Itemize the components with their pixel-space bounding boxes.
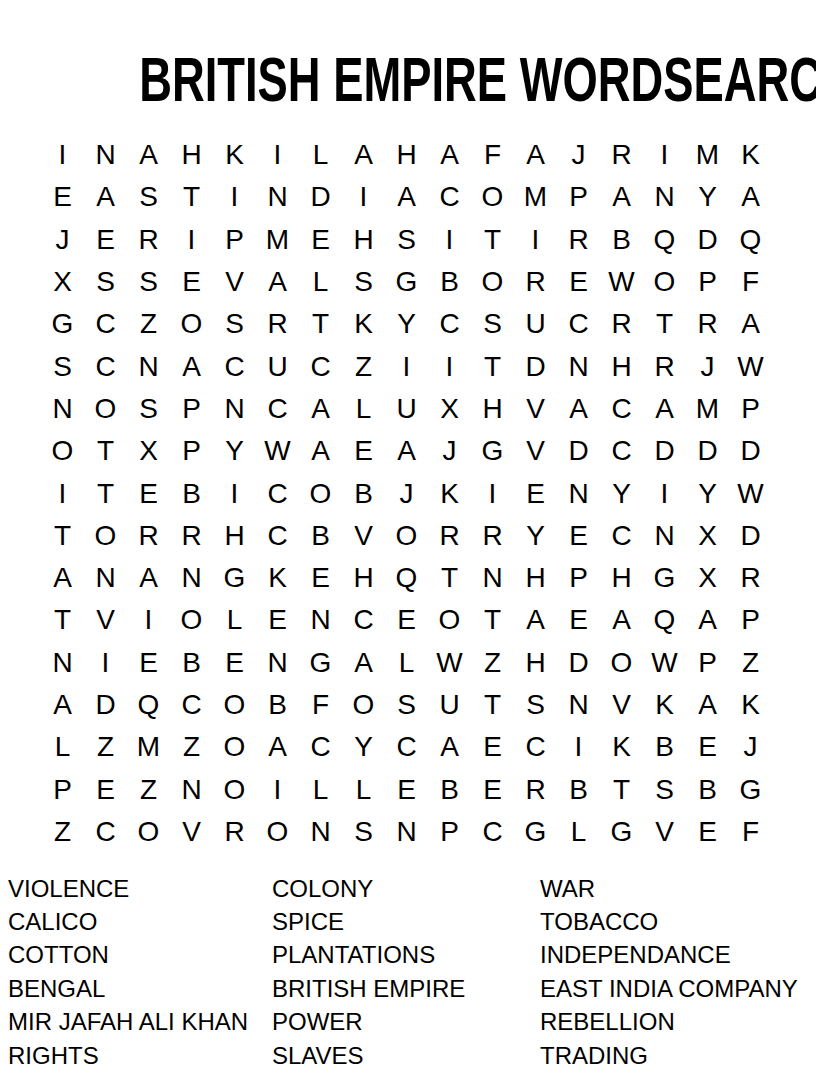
word-list-item: POWER — [272, 1006, 465, 1039]
grid-cell-r11c15: G — [643, 557, 686, 599]
grid-cell-r6c15: R — [643, 345, 686, 387]
grid-cell-r5c11: S — [471, 303, 514, 345]
grid-cell-r12c13: E — [557, 599, 600, 641]
grid-cell-r3c9: S — [385, 219, 428, 261]
grid-cell-r6c9: I — [385, 345, 428, 387]
grid-cell-r7c5: N — [213, 388, 256, 430]
grid-cell-r6c12: D — [514, 345, 557, 387]
grid-cell-r14c7: F — [299, 684, 342, 726]
grid-cell-r8c10: J — [428, 430, 471, 472]
grid-cell-r17c8: S — [342, 811, 385, 853]
grid-cell-r16c6: I — [256, 768, 299, 810]
grid-cell-r16c15: S — [643, 768, 686, 810]
grid-cell-r11c1: A — [41, 557, 84, 599]
grid-cell-r17c3: O — [127, 811, 170, 853]
grid-cell-r17c9: N — [385, 811, 428, 853]
grid-cell-r8c13: D — [557, 430, 600, 472]
puzzle-title: BRITISH EMPIRE WORDSEARCH — [139, 48, 816, 111]
grid-cell-r7c17: P — [729, 388, 772, 430]
grid-cell-r13c5: E — [213, 642, 256, 684]
grid-cell-r13c15: W — [643, 642, 686, 684]
grid-cell-r13c14: O — [600, 642, 643, 684]
grid-cell-r2c12: M — [514, 176, 557, 218]
word-list-item: SPICE — [272, 905, 465, 938]
grid-cell-r1c12: A — [514, 134, 557, 176]
grid-cell-r16c1: P — [41, 768, 84, 810]
grid-cell-r2c15: N — [643, 176, 686, 218]
word-list-item: COTTON — [8, 939, 248, 972]
grid-cell-r16c8: L — [342, 768, 385, 810]
grid-cell-r12c8: C — [342, 599, 385, 641]
grid-cell-r8c17: D — [729, 430, 772, 472]
grid-cell-r15c12: C — [514, 726, 557, 768]
grid-cell-r11c10: T — [428, 557, 471, 599]
grid-cell-r13c4: B — [170, 642, 213, 684]
grid-cell-r9c9: J — [385, 472, 428, 514]
grid-cell-r12c5: L — [213, 599, 256, 641]
grid-cell-r5c13: C — [557, 303, 600, 345]
grid-cell-r12c10: O — [428, 599, 471, 641]
grid-cell-r15c17: J — [729, 726, 772, 768]
grid-cell-r14c11: T — [471, 684, 514, 726]
grid-cell-r9c12: E — [514, 472, 557, 514]
grid-cell-r16c12: R — [514, 768, 557, 810]
word-list-item: BENGAL — [8, 972, 248, 1005]
grid-cell-r10c12: Y — [514, 515, 557, 557]
grid-cell-r3c15: Q — [643, 219, 686, 261]
grid-cell-r15c4: Z — [170, 726, 213, 768]
grid-cell-r14c4: C — [170, 684, 213, 726]
grid-cell-r9c5: I — [213, 472, 256, 514]
grid-cell-r17c7: N — [299, 811, 342, 853]
grid-cell-r8c2: T — [84, 430, 127, 472]
grid-cell-r5c6: R — [256, 303, 299, 345]
grid-cell-r2c17: A — [729, 176, 772, 218]
word-list-item: CALICO — [8, 905, 248, 938]
grid-cell-r1c14: R — [600, 134, 643, 176]
grid-cell-r11c14: H — [600, 557, 643, 599]
grid-cell-r5c10: C — [428, 303, 471, 345]
grid-cell-r13c7: G — [299, 642, 342, 684]
grid-cell-r8c6: W — [256, 430, 299, 472]
grid-cell-r3c8: H — [342, 219, 385, 261]
grid-cell-r17c6: O — [256, 811, 299, 853]
grid-cell-r10c9: O — [385, 515, 428, 557]
grid-cell-r6c6: U — [256, 345, 299, 387]
grid-cell-r2c6: N — [256, 176, 299, 218]
grid-cell-r16c13: B — [557, 768, 600, 810]
grid-cell-r1c13: J — [557, 134, 600, 176]
grid-cell-r1c5: K — [213, 134, 256, 176]
grid-cell-r13c9: L — [385, 642, 428, 684]
grid-cell-r4c9: G — [385, 261, 428, 303]
word-list-item: INDEPENDANCE — [540, 939, 798, 972]
grid-cell-r8c14: C — [600, 430, 643, 472]
grid-cell-r7c9: U — [385, 388, 428, 430]
word-list-item: PLANTATIONS — [272, 939, 465, 972]
grid-cell-r5c9: Y — [385, 303, 428, 345]
grid-cell-r2c11: O — [471, 176, 514, 218]
grid-cell-r1c2: N — [84, 134, 127, 176]
grid-cell-r4c14: W — [600, 261, 643, 303]
grid-cell-r8c3: X — [127, 430, 170, 472]
grid-cell-r7c1: N — [41, 388, 84, 430]
grid-cell-r12c17: P — [729, 599, 772, 641]
grid-cell-r5c12: U — [514, 303, 557, 345]
grid-cell-r6c10: I — [428, 345, 471, 387]
grid-cell-r5c14: R — [600, 303, 643, 345]
grid-cell-r15c3: M — [127, 726, 170, 768]
grid-cell-r14c3: Q — [127, 684, 170, 726]
grid-cell-r2c10: C — [428, 176, 471, 218]
grid-cell-r5c16: R — [686, 303, 729, 345]
grid-cell-r10c15: N — [643, 515, 686, 557]
grid-cell-r14c9: S — [385, 684, 428, 726]
grid-cell-r1c6: I — [256, 134, 299, 176]
grid-cell-r13c8: A — [342, 642, 385, 684]
grid-cell-r10c3: R — [127, 515, 170, 557]
grid-cell-r14c6: B — [256, 684, 299, 726]
grid-cell-r4c6: A — [256, 261, 299, 303]
grid-cell-r5c17: A — [729, 303, 772, 345]
grid-cell-r5c7: T — [299, 303, 342, 345]
grid-cell-r3c3: R — [127, 219, 170, 261]
grid-cell-r4c7: L — [299, 261, 342, 303]
grid-cell-r3c14: B — [600, 219, 643, 261]
grid-cell-r1c10: A — [428, 134, 471, 176]
grid-cell-r13c12: H — [514, 642, 557, 684]
grid-cell-r7c13: A — [557, 388, 600, 430]
grid-cell-r11c7: E — [299, 557, 342, 599]
grid-cell-r1c4: H — [170, 134, 213, 176]
grid-cell-r9c6: C — [256, 472, 299, 514]
grid-cell-r15c15: B — [643, 726, 686, 768]
grid-cell-r8c15: D — [643, 430, 686, 472]
word-list-item: REBELLION — [540, 1006, 798, 1039]
grid-cell-r11c3: A — [127, 557, 170, 599]
word-list-column-3: WARTOBACCOINDEPENDANCEEAST INDIA COMPANY… — [540, 872, 798, 1072]
grid-cell-r3c17: Q — [729, 219, 772, 261]
grid-cell-r10c6: C — [256, 515, 299, 557]
grid-cell-r2c14: A — [600, 176, 643, 218]
grid-cell-r7c3: S — [127, 388, 170, 430]
grid-cell-r2c9: A — [385, 176, 428, 218]
grid-cell-r10c7: B — [299, 515, 342, 557]
grid-cell-r3c1: J — [41, 219, 84, 261]
grid-cell-r4c4: E — [170, 261, 213, 303]
grid-cell-r15c5: O — [213, 726, 256, 768]
grid-cell-r3c10: I — [428, 219, 471, 261]
grid-cell-r4c2: S — [84, 261, 127, 303]
grid-cell-r17c1: Z — [41, 811, 84, 853]
word-list-item: SLAVES — [272, 1039, 465, 1072]
grid-cell-r11c4: N — [170, 557, 213, 599]
grid-cell-r13c16: P — [686, 642, 729, 684]
grid-cell-r16c7: L — [299, 768, 342, 810]
grid-cell-r1c9: H — [385, 134, 428, 176]
grid-cell-r2c13: P — [557, 176, 600, 218]
grid-cell-r3c16: D — [686, 219, 729, 261]
grid-cell-r10c1: T — [41, 515, 84, 557]
grid-cell-r7c4: P — [170, 388, 213, 430]
grid-cell-r1c8: A — [342, 134, 385, 176]
grid-cell-r4c13: E — [557, 261, 600, 303]
grid-cell-r15c9: C — [385, 726, 428, 768]
grid-cell-r12c15: Q — [643, 599, 686, 641]
grid-cell-r16c10: B — [428, 768, 471, 810]
grid-cell-r10c5: H — [213, 515, 256, 557]
grid-cell-r6c1: S — [41, 345, 84, 387]
grid-cell-r2c16: Y — [686, 176, 729, 218]
grid-cell-r17c14: G — [600, 811, 643, 853]
grid-cell-r4c12: R — [514, 261, 557, 303]
grid-cell-r6c17: W — [729, 345, 772, 387]
grid-cell-r11c9: Q — [385, 557, 428, 599]
grid-cell-r12c4: O — [170, 599, 213, 641]
grid-cell-r12c7: N — [299, 599, 342, 641]
grid-cell-r5c4: O — [170, 303, 213, 345]
grid-cell-r11c6: K — [256, 557, 299, 599]
grid-cell-r12c11: T — [471, 599, 514, 641]
grid-cell-r9c4: B — [170, 472, 213, 514]
grid-cell-r8c12: V — [514, 430, 557, 472]
grid-cell-r7c8: L — [342, 388, 385, 430]
word-list-item: BRITISH EMPIRE — [272, 972, 465, 1005]
grid-cell-r13c13: D — [557, 642, 600, 684]
grid-cell-r12c3: I — [127, 599, 170, 641]
grid-cell-r17c16: E — [686, 811, 729, 853]
grid-cell-r17c11: C — [471, 811, 514, 853]
grid-cell-r16c9: E — [385, 768, 428, 810]
grid-cell-r9c17: W — [729, 472, 772, 514]
grid-cell-r7c16: M — [686, 388, 729, 430]
grid-cell-r6c2: C — [84, 345, 127, 387]
grid-cell-r12c2: V — [84, 599, 127, 641]
word-list-item: VIOLENCE — [8, 872, 248, 905]
grid-cell-r8c1: O — [41, 430, 84, 472]
grid-cell-r7c6: C — [256, 388, 299, 430]
grid-cell-r9c8: B — [342, 472, 385, 514]
grid-cell-r11c11: N — [471, 557, 514, 599]
grid-cell-r2c8: I — [342, 176, 385, 218]
grid-cell-r7c2: O — [84, 388, 127, 430]
grid-cell-r13c11: Z — [471, 642, 514, 684]
grid-cell-r10c4: R — [170, 515, 213, 557]
grid-cell-r4c3: S — [127, 261, 170, 303]
grid-cell-r5c1: G — [41, 303, 84, 345]
grid-cell-r14c12: S — [514, 684, 557, 726]
grid-cell-r7c11: H — [471, 388, 514, 430]
grid-cell-r14c1: A — [41, 684, 84, 726]
grid-cell-r1c7: L — [299, 134, 342, 176]
grid-cell-r17c5: R — [213, 811, 256, 853]
grid-cell-r13c17: Z — [729, 642, 772, 684]
grid-cell-r4c1: X — [41, 261, 84, 303]
grid-cell-r7c10: X — [428, 388, 471, 430]
grid-cell-r17c13: L — [557, 811, 600, 853]
grid-cell-r9c7: O — [299, 472, 342, 514]
grid-cell-r3c2: E — [84, 219, 127, 261]
grid-cell-r9c16: Y — [686, 472, 729, 514]
grid-cell-r3c5: P — [213, 219, 256, 261]
grid-cell-r8c5: Y — [213, 430, 256, 472]
grid-cell-r8c16: D — [686, 430, 729, 472]
grid-cell-r17c2: C — [84, 811, 127, 853]
grid-cell-r7c12: V — [514, 388, 557, 430]
grid-cell-r3c7: E — [299, 219, 342, 261]
grid-cell-r10c2: O — [84, 515, 127, 557]
grid-cell-r11c13: P — [557, 557, 600, 599]
grid-cell-r17c4: V — [170, 811, 213, 853]
grid-cell-r2c7: D — [299, 176, 342, 218]
grid-cell-r8c7: A — [299, 430, 342, 472]
grid-cell-r3c13: R — [557, 219, 600, 261]
grid-cell-r10c8: V — [342, 515, 385, 557]
grid-cell-r3c12: I — [514, 219, 557, 261]
grid-cell-r9c1: I — [41, 472, 84, 514]
grid-cell-r2c1: E — [41, 176, 84, 218]
grid-cell-r1c17: K — [729, 134, 772, 176]
grid-cell-r16c16: B — [686, 768, 729, 810]
grid-cell-r1c16: M — [686, 134, 729, 176]
grid-cell-r12c6: E — [256, 599, 299, 641]
grid-cell-r9c10: K — [428, 472, 471, 514]
grid-cell-r4c5: V — [213, 261, 256, 303]
word-list-item: MIR JAFAH ALI KHAN — [8, 1006, 248, 1039]
grid-cell-r15c14: K — [600, 726, 643, 768]
grid-cell-r5c3: Z — [127, 303, 170, 345]
grid-cell-r6c3: N — [127, 345, 170, 387]
word-list-column-2: COLONYSPICEPLANTATIONSBRITISH EMPIREPOWE… — [272, 872, 465, 1072]
grid-cell-r6c16: J — [686, 345, 729, 387]
grid-cell-r6c5: C — [213, 345, 256, 387]
grid-cell-r4c8: S — [342, 261, 385, 303]
grid-cell-r15c13: I — [557, 726, 600, 768]
grid-cell-r17c17: F — [729, 811, 772, 853]
grid-cell-r15c7: C — [299, 726, 342, 768]
grid-cell-r12c9: E — [385, 599, 428, 641]
grid-cell-r17c10: P — [428, 811, 471, 853]
grid-cell-r14c14: V — [600, 684, 643, 726]
grid-cell-r16c11: E — [471, 768, 514, 810]
grid-cell-r13c3: E — [127, 642, 170, 684]
grid-cell-r2c5: I — [213, 176, 256, 218]
grid-cell-r14c5: O — [213, 684, 256, 726]
grid-cell-r13c2: I — [84, 642, 127, 684]
grid-cell-r15c11: E — [471, 726, 514, 768]
wordsearch-page: { "game": "word-search", "title": "BRITI… — [0, 0, 816, 1083]
grid-cell-r10c14: C — [600, 515, 643, 557]
grid-cell-r4c17: F — [729, 261, 772, 303]
grid-cell-r10c16: X — [686, 515, 729, 557]
grid-cell-r14c15: K — [643, 684, 686, 726]
grid-cell-r14c8: O — [342, 684, 385, 726]
grid-cell-r15c6: A — [256, 726, 299, 768]
grid-cell-r7c7: A — [299, 388, 342, 430]
grid-cell-r15c16: E — [686, 726, 729, 768]
grid-cell-r9c14: Y — [600, 472, 643, 514]
grid-cell-r2c4: T — [170, 176, 213, 218]
word-list-item: RIGHTS — [8, 1039, 248, 1072]
word-list-item: WAR — [540, 872, 798, 905]
title-wrap: BRITISH EMPIRE WORDSEARCH — [0, 48, 816, 111]
grid-cell-r3c4: I — [170, 219, 213, 261]
grid-cell-r14c2: D — [84, 684, 127, 726]
grid-cell-r13c6: N — [256, 642, 299, 684]
grid-cell-r8c8: E — [342, 430, 385, 472]
grid-cell-r4c10: B — [428, 261, 471, 303]
grid-cell-r3c6: M — [256, 219, 299, 261]
grid-cell-r16c14: T — [600, 768, 643, 810]
grid-cell-r11c12: H — [514, 557, 557, 599]
grid-cell-r1c15: I — [643, 134, 686, 176]
grid-cell-r16c5: O — [213, 768, 256, 810]
grid-cell-r5c5: S — [213, 303, 256, 345]
grid-cell-r8c9: A — [385, 430, 428, 472]
grid-cell-r9c11: I — [471, 472, 514, 514]
grid-cell-r11c16: X — [686, 557, 729, 599]
grid-cell-r13c10: W — [428, 642, 471, 684]
grid-cell-r2c3: S — [127, 176, 170, 218]
grid-cell-r17c12: G — [514, 811, 557, 853]
grid-cell-r4c15: O — [643, 261, 686, 303]
grid-cell-r6c11: T — [471, 345, 514, 387]
grid-cell-r6c7: C — [299, 345, 342, 387]
grid-cell-r9c15: I — [643, 472, 686, 514]
grid-cell-r12c12: A — [514, 599, 557, 641]
grid-cell-r4c16: P — [686, 261, 729, 303]
grid-cell-r5c2: C — [84, 303, 127, 345]
grid-cell-r12c1: T — [41, 599, 84, 641]
grid-cell-r13c1: N — [41, 642, 84, 684]
grid-cell-r16c3: Z — [127, 768, 170, 810]
word-list-item: EAST INDIA COMPANY — [540, 972, 798, 1005]
grid-cell-r10c10: R — [428, 515, 471, 557]
grid-cell-r16c17: G — [729, 768, 772, 810]
grid-cell-r5c15: T — [643, 303, 686, 345]
grid-cell-r2c2: A — [84, 176, 127, 218]
grid-cell-r14c16: A — [686, 684, 729, 726]
grid-cell-r1c3: A — [127, 134, 170, 176]
grid-cell-r1c1: I — [41, 134, 84, 176]
grid-cell-r6c4: A — [170, 345, 213, 387]
grid-cell-r11c2: N — [84, 557, 127, 599]
grid-cell-r10c13: E — [557, 515, 600, 557]
grid-cell-r16c4: N — [170, 768, 213, 810]
grid-cell-r12c14: A — [600, 599, 643, 641]
word-list-item: COLONY — [272, 872, 465, 905]
grid-cell-r14c17: K — [729, 684, 772, 726]
grid-cell-r15c10: A — [428, 726, 471, 768]
grid-cell-r3c11: T — [471, 219, 514, 261]
word-list-item: TOBACCO — [540, 905, 798, 938]
word-list-column-1: VIOLENCECALICOCOTTONBENGALMIR JAFAH ALI … — [8, 872, 248, 1072]
grid-cell-r7c15: A — [643, 388, 686, 430]
grid-cell-r9c3: E — [127, 472, 170, 514]
grid-cell-r6c8: Z — [342, 345, 385, 387]
grid-cell-r16c2: E — [84, 768, 127, 810]
grid-cell-r15c8: Y — [342, 726, 385, 768]
grid-cell-r11c17: R — [729, 557, 772, 599]
grid-cell-r11c8: H — [342, 557, 385, 599]
grid-cell-r8c4: P — [170, 430, 213, 472]
grid-cell-r14c10: U — [428, 684, 471, 726]
grid-cell-r6c14: H — [600, 345, 643, 387]
grid-cell-r7c14: C — [600, 388, 643, 430]
grid-cell-r6c13: N — [557, 345, 600, 387]
grid-cell-r17c15: V — [643, 811, 686, 853]
grid-cell-r15c2: Z — [84, 726, 127, 768]
